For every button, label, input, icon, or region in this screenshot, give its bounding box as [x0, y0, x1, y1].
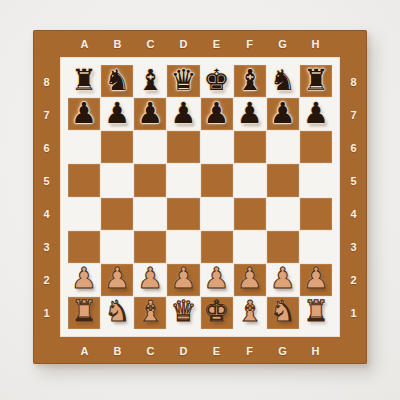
file-label-h-top: H — [299, 30, 332, 57]
square-h2[interactable]: ♟ — [300, 264, 332, 296]
file-label-f-top: F — [233, 30, 266, 57]
piece-black-rook-a8[interactable]: ♜ — [71, 66, 97, 95]
square-g1[interactable]: ♞ — [267, 297, 299, 329]
square-c3[interactable] — [134, 231, 166, 263]
square-h6[interactable] — [300, 131, 332, 163]
piece-white-pawn-d2[interactable]: ♟ — [170, 264, 196, 293]
square-g4[interactable] — [267, 198, 299, 230]
file-labels-top: ABCDEFGH — [68, 30, 332, 57]
piece-black-pawn-g7[interactable]: ♟ — [270, 99, 296, 128]
rank-label-3-right: 3 — [340, 230, 367, 263]
rank-label-6-right: 6 — [340, 131, 367, 164]
rank-label-3-left: 3 — [33, 230, 60, 263]
square-c2[interactable]: ♟ — [134, 264, 166, 296]
rank-label-6-left: 6 — [33, 131, 60, 164]
square-b4[interactable] — [101, 198, 133, 230]
piece-black-pawn-d7[interactable]: ♟ — [170, 99, 196, 128]
piece-black-pawn-b7[interactable]: ♟ — [104, 99, 130, 128]
square-b7[interactable]: ♟ — [101, 98, 133, 130]
square-c8[interactable]: ♝ — [134, 65, 166, 97]
square-d5[interactable] — [167, 164, 199, 196]
file-label-a-bottom: A — [68, 337, 101, 364]
square-f4[interactable] — [234, 198, 266, 230]
rank-label-4-right: 4 — [340, 197, 367, 230]
square-a5[interactable] — [68, 164, 100, 196]
square-d8[interactable]: ♛ — [167, 65, 199, 97]
square-e4[interactable] — [201, 198, 233, 230]
rank-label-2-right: 2 — [340, 263, 367, 296]
rank-labels-right: 87654321 — [340, 65, 367, 329]
piece-black-rook-h8[interactable]: ♜ — [303, 66, 329, 95]
rank-label-5-right: 5 — [340, 164, 367, 197]
square-h1[interactable]: ♜ — [300, 297, 332, 329]
square-d4[interactable] — [167, 198, 199, 230]
square-h4[interactable] — [300, 198, 332, 230]
file-label-c-top: C — [134, 30, 167, 57]
rank-label-1-right: 1 — [340, 296, 367, 329]
file-label-d-top: D — [167, 30, 200, 57]
square-c1[interactable]: ♝ — [134, 297, 166, 329]
square-a7[interactable]: ♟ — [68, 98, 100, 130]
square-a8[interactable]: ♜ — [68, 65, 100, 97]
chess-board: ABCDEFGH ABCDEFGH 87654321 87654321 ♜♞♝♛… — [33, 30, 367, 364]
file-label-b-top: B — [101, 30, 134, 57]
square-e5[interactable] — [201, 164, 233, 196]
square-a2[interactable]: ♟ — [68, 264, 100, 296]
square-e3[interactable] — [201, 231, 233, 263]
square-f3[interactable] — [234, 231, 266, 263]
piece-black-bishop-f8[interactable]: ♝ — [237, 66, 263, 95]
rank-label-5-left: 5 — [33, 164, 60, 197]
file-label-b-bottom: B — [101, 337, 134, 364]
square-c5[interactable] — [134, 164, 166, 196]
square-c6[interactable] — [134, 131, 166, 163]
square-a6[interactable] — [68, 131, 100, 163]
file-label-g-bottom: G — [266, 337, 299, 364]
square-e8[interactable]: ♚ — [201, 65, 233, 97]
square-e6[interactable] — [201, 131, 233, 163]
file-label-h-bottom: H — [299, 337, 332, 364]
piece-white-queen-d1[interactable]: ♛ — [170, 297, 196, 326]
piece-white-knight-g1[interactable]: ♞ — [270, 297, 296, 326]
square-h8[interactable]: ♜ — [300, 65, 332, 97]
piece-white-pawn-g2[interactable]: ♟ — [270, 264, 296, 293]
square-c4[interactable] — [134, 198, 166, 230]
piece-white-pawn-f2[interactable]: ♟ — [237, 264, 263, 293]
piece-white-rook-a1[interactable]: ♜ — [71, 297, 97, 326]
square-b1[interactable]: ♞ — [101, 297, 133, 329]
square-d6[interactable] — [167, 131, 199, 163]
piece-black-pawn-f7[interactable]: ♟ — [237, 99, 263, 128]
file-label-e-bottom: E — [200, 337, 233, 364]
file-label-g-top: G — [266, 30, 299, 57]
piece-white-pawn-c2[interactable]: ♟ — [137, 264, 163, 293]
square-b8[interactable]: ♞ — [101, 65, 133, 97]
square-c7[interactable]: ♟ — [134, 98, 166, 130]
square-e7[interactable]: ♟ — [201, 98, 233, 130]
piece-black-pawn-e7[interactable]: ♟ — [204, 99, 230, 128]
square-g8[interactable]: ♞ — [267, 65, 299, 97]
rank-label-1-left: 1 — [33, 296, 60, 329]
piece-white-bishop-c1[interactable]: ♝ — [137, 297, 163, 326]
square-b6[interactable] — [101, 131, 133, 163]
square-f6[interactable] — [234, 131, 266, 163]
square-b2[interactable]: ♟ — [101, 264, 133, 296]
rank-label-8-right: 8 — [340, 65, 367, 98]
file-label-e-top: E — [200, 30, 233, 57]
file-label-a-top: A — [68, 30, 101, 57]
square-d2[interactable]: ♟ — [167, 264, 199, 296]
piece-white-knight-b1[interactable]: ♞ — [104, 297, 130, 326]
piece-black-pawn-c7[interactable]: ♟ — [137, 99, 163, 128]
piece-white-pawn-b2[interactable]: ♟ — [104, 264, 130, 293]
square-h5[interactable] — [300, 164, 332, 196]
rank-label-7-left: 7 — [33, 98, 60, 131]
square-d7[interactable]: ♟ — [167, 98, 199, 130]
piece-white-bishop-f1[interactable]: ♝ — [237, 297, 263, 326]
square-h7[interactable]: ♟ — [300, 98, 332, 130]
piece-black-bishop-c8[interactable]: ♝ — [137, 66, 163, 95]
square-g3[interactable] — [267, 231, 299, 263]
square-a3[interactable] — [68, 231, 100, 263]
piece-black-pawn-a7[interactable]: ♟ — [71, 99, 97, 128]
piece-black-pawn-h7[interactable]: ♟ — [303, 99, 329, 128]
piece-white-pawn-e2[interactable]: ♟ — [204, 264, 230, 293]
piece-white-king-e1[interactable]: ♚ — [204, 297, 230, 326]
piece-black-knight-g8[interactable]: ♞ — [270, 66, 296, 95]
square-f8[interactable]: ♝ — [234, 65, 266, 97]
square-f7[interactable]: ♟ — [234, 98, 266, 130]
file-label-f-bottom: F — [233, 337, 266, 364]
file-label-c-bottom: C — [134, 337, 167, 364]
piece-white-pawn-h2[interactable]: ♟ — [303, 264, 329, 293]
piece-white-pawn-a2[interactable]: ♟ — [71, 264, 97, 293]
square-h3[interactable] — [300, 231, 332, 263]
square-d1[interactable]: ♛ — [167, 297, 199, 329]
square-g2[interactable]: ♟ — [267, 264, 299, 296]
piece-white-rook-h1[interactable]: ♜ — [303, 297, 329, 326]
rank-label-2-left: 2 — [33, 263, 60, 296]
square-e2[interactable]: ♟ — [201, 264, 233, 296]
square-a4[interactable] — [68, 198, 100, 230]
board-grid: ♜♞♝♛♚♝♞♜♟♟♟♟♟♟♟♟♟♟♟♟♟♟♟♟♜♞♝♛♚♝♞♜ — [68, 65, 332, 329]
rank-label-8-left: 8 — [33, 65, 60, 98]
square-a1[interactable]: ♜ — [68, 297, 100, 329]
square-g5[interactable] — [267, 164, 299, 196]
rank-labels-left: 87654321 — [33, 65, 60, 329]
rank-label-4-left: 4 — [33, 197, 60, 230]
square-g6[interactable] — [267, 131, 299, 163]
file-labels-bottom: ABCDEFGH — [68, 337, 332, 364]
piece-black-knight-b8[interactable]: ♞ — [104, 66, 130, 95]
square-d3[interactable] — [167, 231, 199, 263]
piece-black-queen-d8[interactable]: ♛ — [170, 66, 196, 95]
piece-black-king-e8[interactable]: ♚ — [204, 66, 230, 95]
square-b3[interactable] — [101, 231, 133, 263]
square-e1[interactable]: ♚ — [201, 297, 233, 329]
square-f5[interactable] — [234, 164, 266, 196]
square-g7[interactable]: ♟ — [267, 98, 299, 130]
square-f1[interactable]: ♝ — [234, 297, 266, 329]
square-f2[interactable]: ♟ — [234, 264, 266, 296]
file-label-d-bottom: D — [167, 337, 200, 364]
square-b5[interactable] — [101, 164, 133, 196]
rank-label-7-right: 7 — [340, 98, 367, 131]
